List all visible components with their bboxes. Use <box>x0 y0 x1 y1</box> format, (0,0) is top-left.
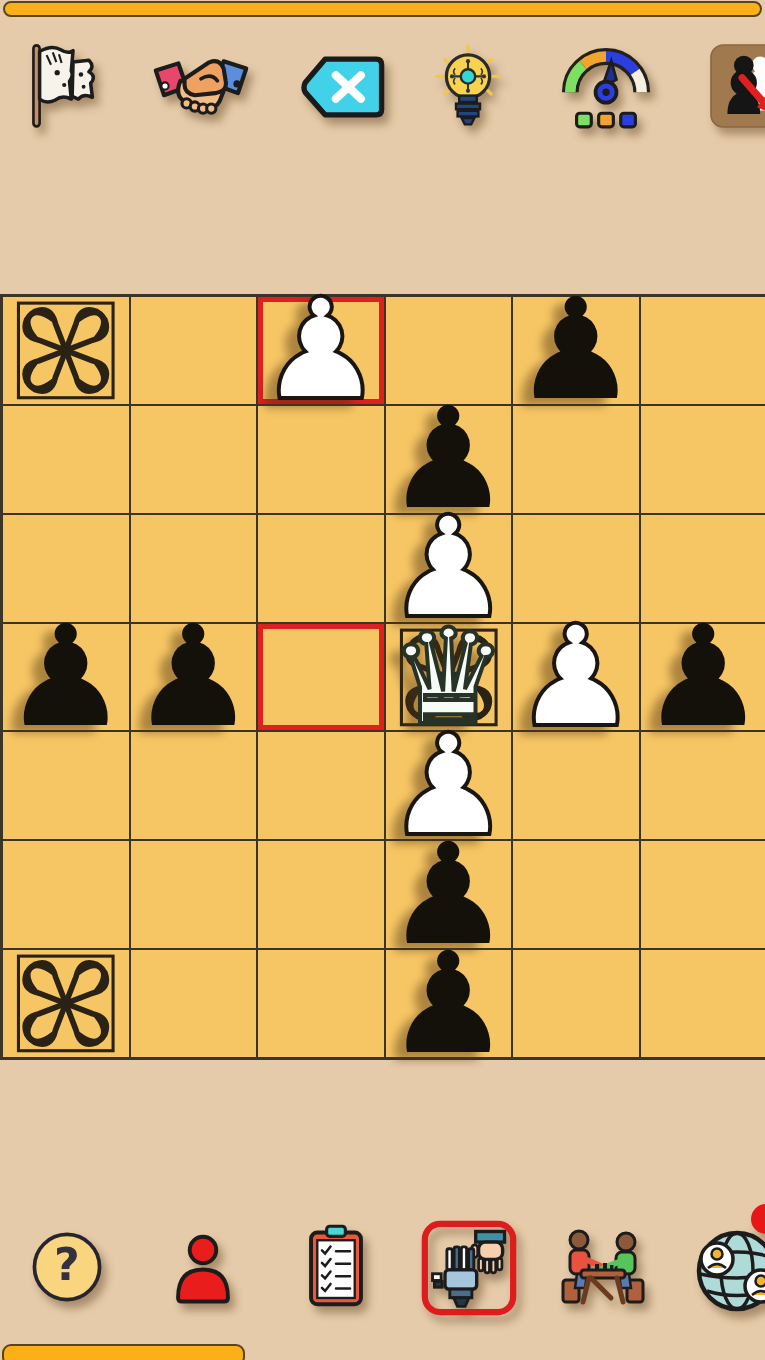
handshake-icon <box>146 50 256 124</box>
cell-a6[interactable] <box>2 405 130 514</box>
cell-c3[interactable] <box>257 731 385 840</box>
pawn-swap-icon <box>711 42 765 130</box>
notification-badge <box>751 1204 765 1234</box>
offer-draw-button[interactable] <box>146 50 256 124</box>
cell-a7[interactable] <box>2 296 130 405</box>
online-play-button[interactable] <box>690 1195 765 1317</box>
black-pawn[interactable]: ♟ <box>3 627 129 727</box>
corner-knot-decoration <box>5 299 127 402</box>
cell-f2[interactable] <box>640 840 765 949</box>
question-mark-icon: ? <box>30 1230 104 1304</box>
svg-text:?: ? <box>54 1239 80 1290</box>
cell-c7[interactable]: ♟ <box>257 296 385 405</box>
cell-f4[interactable]: ♟ <box>640 623 765 732</box>
cell-c5[interactable] <box>257 514 385 623</box>
corner-knot-decoration <box>5 952 127 1055</box>
cell-a2[interactable] <box>2 840 130 949</box>
cell-b6[interactable] <box>130 405 258 514</box>
cell-b4[interactable]: ♟ <box>130 623 258 732</box>
cell-c1[interactable] <box>257 949 385 1058</box>
app-screen: ♟♟♟♟♟♟♛♟♟♟♟♟♟ ? <box>0 0 765 1360</box>
local-two-player-button[interactable] <box>552 1228 654 1308</box>
switch-sides-button[interactable] <box>711 42 765 130</box>
vs-computer-button[interactable] <box>421 1220 517 1316</box>
rules-list-button[interactable] <box>297 1221 375 1311</box>
black-pawn[interactable]: ♟ <box>513 300 639 400</box>
robot-vs-human-hand-icon <box>421 1220 517 1316</box>
white-flag-icon <box>22 38 110 132</box>
cell-e1[interactable] <box>512 949 640 1058</box>
two-players-table-icon <box>552 1228 654 1308</box>
back-x-icon <box>298 52 388 122</box>
cell-a1[interactable] <box>2 949 130 1058</box>
black-pawn[interactable]: ♟ <box>386 954 512 1054</box>
person-icon <box>164 1226 242 1310</box>
cell-a4[interactable]: ♟ <box>2 623 130 732</box>
cell-c2[interactable] <box>257 840 385 949</box>
cell-e7[interactable]: ♟ <box>512 296 640 405</box>
profile-button[interactable] <box>164 1226 242 1310</box>
cell-e2[interactable] <box>512 840 640 949</box>
cell-b7[interactable] <box>130 296 258 405</box>
cell-b1[interactable] <box>130 949 258 1058</box>
game-board: ♟♟♟♟♟♟♛♟♟♟♟♟♟ <box>0 294 765 1060</box>
checklist-clipboard-icon <box>297 1221 375 1311</box>
undo-move-button[interactable] <box>298 52 388 122</box>
top-status-bar <box>3 1 762 17</box>
bottom-progress-bar <box>2 1344 245 1360</box>
globe-players-icon <box>690 1195 765 1317</box>
cell-e4[interactable]: ♟ <box>512 623 640 732</box>
cell-f1[interactable] <box>640 949 765 1058</box>
cell-d1[interactable]: ♟ <box>385 949 513 1058</box>
white-pawn[interactable]: ♟ <box>513 627 639 727</box>
cell-c4[interactable] <box>257 623 385 732</box>
white-pawn[interactable]: ♟ <box>258 300 384 400</box>
gauge-icon <box>550 46 662 130</box>
cell-b2[interactable] <box>130 840 258 949</box>
lightbulb-circuit-icon <box>428 38 508 134</box>
difficulty-button[interactable] <box>550 46 662 130</box>
hint-button[interactable] <box>428 38 508 134</box>
help-button[interactable]: ? <box>30 1230 104 1304</box>
cell-f7[interactable] <box>640 296 765 405</box>
resign-button[interactable] <box>22 38 110 132</box>
cell-f6[interactable] <box>640 405 765 514</box>
black-pawn[interactable]: ♟ <box>641 627 765 727</box>
black-pawn[interactable]: ♟ <box>131 627 257 727</box>
